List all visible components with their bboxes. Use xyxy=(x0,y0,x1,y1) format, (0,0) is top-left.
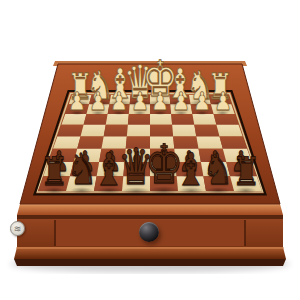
chess-set-photo: ≋ ♜♞♝♛♚♝♞♜♟♟♟♟♟♟♟♟♟♟♟♟♟♟♟♟♜♞♝♛♚♝♞♜ xyxy=(0,0,300,300)
piece-light-pawn[interactable]: ♟ xyxy=(193,90,211,113)
piece-dark-rook[interactable]: ♜ xyxy=(232,154,260,190)
piece-light-pawn[interactable]: ♟ xyxy=(172,90,190,113)
piece-dark-knight[interactable]: ♞ xyxy=(203,150,234,190)
piece-light-pawn[interactable]: ♟ xyxy=(131,90,149,113)
piece-light-pawn[interactable]: ♟ xyxy=(214,90,232,113)
square-c5[interactable] xyxy=(104,125,128,137)
piece-light-pawn[interactable]: ♟ xyxy=(89,90,107,113)
square-g5[interactable] xyxy=(194,125,219,137)
box-lip-molding xyxy=(17,204,283,215)
piece-light-pawn[interactable]: ♟ xyxy=(151,90,169,113)
square-b5[interactable] xyxy=(80,125,105,137)
lip-groove xyxy=(17,215,283,219)
square-a5[interactable] xyxy=(57,125,83,137)
piece-light-pawn[interactable]: ♟ xyxy=(110,90,128,113)
piece-light-pawn[interactable]: ♟ xyxy=(68,90,86,113)
drawer-knob[interactable] xyxy=(139,222,159,242)
piece-dark-rook[interactable]: ♜ xyxy=(40,154,68,190)
bottom-molding xyxy=(14,247,286,259)
square-h5[interactable] xyxy=(216,125,242,137)
brand-badge-icon: ≋ xyxy=(14,224,22,234)
base-edge xyxy=(14,259,286,266)
brand-badge: ≋ xyxy=(10,221,25,236)
